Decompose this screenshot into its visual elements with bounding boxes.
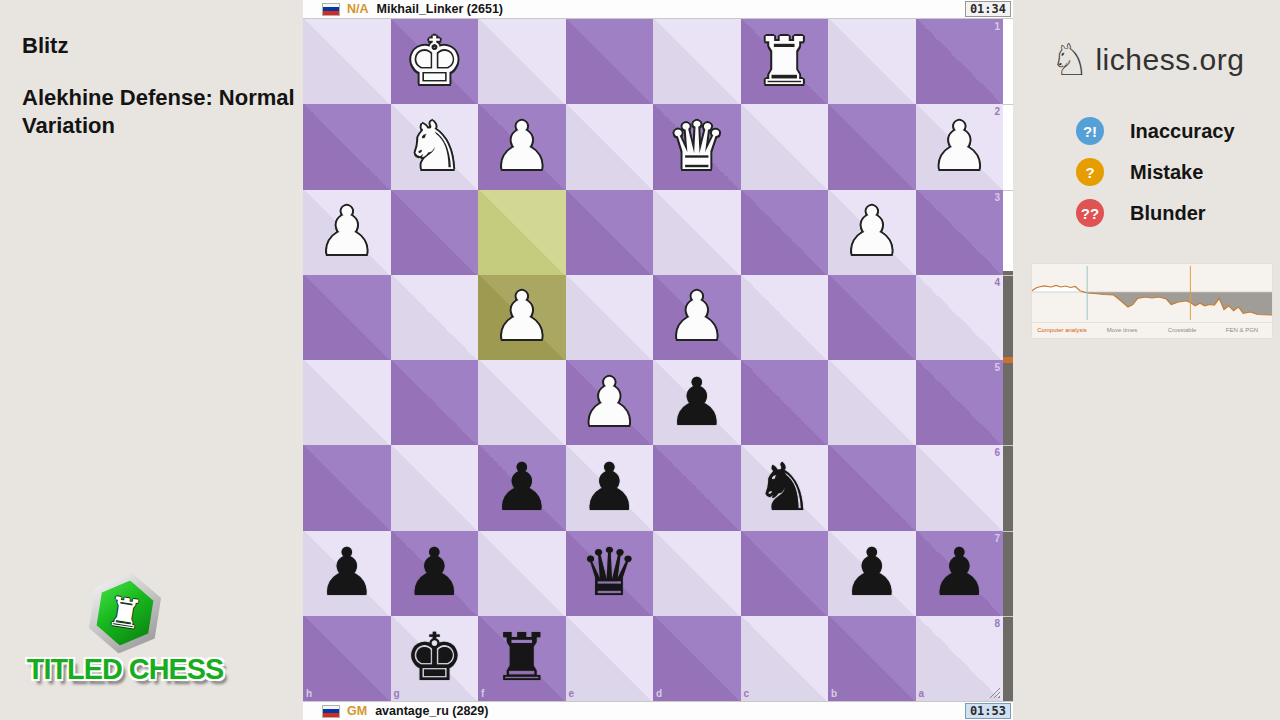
black-pawn: ♟ [405,540,464,606]
gauge-tick [1003,275,1013,276]
square-d3[interactable] [653,190,741,275]
blunder-icon: ?? [1076,199,1104,227]
player-bar-bottom: GM avantage_ru (2829) 01:53 [303,701,1013,720]
square-d8[interactable]: d [653,616,741,701]
advantage-chart [1032,264,1272,322]
square-b4[interactable] [828,275,916,360]
square-d1[interactable] [653,19,741,104]
opening-name: Alekhine Defense: Normal Variation [22,84,307,140]
eval-gauge [1003,19,1013,701]
square-g3[interactable] [391,190,479,275]
square-e5[interactable]: ♟ [566,360,654,445]
square-a3[interactable]: 3 [916,190,1004,275]
square-c4[interactable] [741,275,829,360]
square-b6[interactable] [828,445,916,530]
file-label-a: a [919,688,925,699]
square-c1[interactable]: ♜ [741,19,829,104]
square-c3[interactable] [741,190,829,275]
gauge-tick [1003,104,1013,105]
game-mode-label: Blitz [22,33,68,59]
square-e6[interactable]: ♟ [566,445,654,530]
rank-label-5: 5 [994,362,1000,373]
black-pawn: ♟ [580,455,639,521]
square-b2[interactable] [828,104,916,189]
square-b5[interactable] [828,360,916,445]
gauge-tick [1003,445,1013,446]
black-pawn: ♟ [492,455,551,521]
square-g7[interactable]: ♟ [391,531,479,616]
russia-flag-icon [323,4,339,15]
gauge-tick [1003,190,1013,191]
square-h5[interactable] [303,360,391,445]
tab-computer-analysis[interactable]: Computer analysis [1032,327,1092,333]
hexagon-badge: ♜ [82,567,168,660]
file-label-b: b [831,688,837,699]
square-a7[interactable]: 7♟ [916,531,1004,616]
tab-crosstable[interactable]: Crosstable [1152,327,1212,333]
rank-label-8: 8 [994,618,1000,629]
clock-top: 01:34 [965,1,1011,17]
file-label-d: d [656,688,662,699]
player-name-bottom[interactable]: avantage_ru (2829) [375,704,488,718]
square-g6[interactable] [391,445,479,530]
gauge-midline-tick [1003,357,1013,363]
square-h3[interactable]: ♟ [303,190,391,275]
white-pawn: ♟ [667,284,726,350]
square-f2[interactable]: ♟ [478,104,566,189]
mistake-icon: ? [1076,158,1104,186]
lichess-game-widget: N/A Mikhail_Linker (2651) 01:34 ♚♜1♞♟♛2♟… [303,0,1013,720]
square-e3[interactable] [566,190,654,275]
square-b7[interactable]: ♟ [828,531,916,616]
legend-row-mistake: ?Mistake [1076,158,1235,186]
lichess-logo[interactable]: ♘ lichess.org [1050,38,1244,82]
square-g2[interactable]: ♞ [391,104,479,189]
square-d2[interactable]: ♛ [653,104,741,189]
lichess-logo-text: lichess.org [1095,43,1244,77]
rank-label-4: 4 [994,277,1000,288]
channel-name: TITLED CHESS [5,652,245,686]
analysis-graph-card[interactable]: Computer analysisMove timesCrosstableFEN… [1032,264,1272,338]
black-pawn: ♟ [317,540,376,606]
lichess-knight-icon: ♘ [1050,38,1089,82]
square-d7[interactable] [653,531,741,616]
white-pawn: ♟ [492,284,551,350]
white-pawn: ♟ [317,199,376,265]
square-e8[interactable]: e [566,616,654,701]
square-e7[interactable]: ♛ [566,531,654,616]
white-pawn: ♟ [930,114,989,180]
video-frame: Blitz Alekhine Defense: Normal Variation… [0,0,1280,720]
rank-label-6: 6 [994,447,1000,458]
square-f3[interactable] [478,190,566,275]
square-b1[interactable] [828,19,916,104]
square-g5[interactable] [391,360,479,445]
rook-logo-icon: ♜ [104,587,147,638]
square-d6[interactable] [653,445,741,530]
square-h8[interactable]: h [303,616,391,701]
square-f5[interactable] [478,360,566,445]
square-g4[interactable] [391,275,479,360]
rank-label-1: 1 [994,21,1000,32]
white-pawn: ♟ [842,199,901,265]
file-label-g: g [394,688,400,699]
russia-flag-icon [323,706,339,717]
black-queen: ♛ [580,540,639,606]
white-pawn: ♟ [580,370,639,436]
player-bar-top: N/A Mikhail_Linker (2651) 01:34 [303,0,1013,19]
square-f1[interactable] [478,19,566,104]
black-knight: ♞ [755,455,814,521]
square-f4[interactable]: ♟ [478,275,566,360]
square-b8[interactable]: b [828,616,916,701]
square-a2[interactable]: 2♟ [916,104,1004,189]
inaccuracy-icon: ?! [1076,117,1104,145]
titled-chess-logo: ♜ TITLED CHESS [0,572,250,686]
player-title-bottom: GM [347,704,367,718]
square-c8[interactable]: c [741,616,829,701]
square-c7[interactable] [741,531,829,616]
file-label-c: c [744,688,750,699]
gauge-tick [1003,616,1013,617]
square-d5[interactable]: ♟ [653,360,741,445]
square-e2[interactable] [566,104,654,189]
white-knight: ♞ [405,114,464,180]
black-pawn: ♟ [842,540,901,606]
square-b3[interactable]: ♟ [828,190,916,275]
black-pawn: ♟ [667,370,726,436]
tab-move-times[interactable]: Move times [1092,327,1152,333]
square-c5[interactable] [741,360,829,445]
rank-label-7: 7 [994,533,1000,544]
tab-fen-pgn[interactable]: FEN & PGN [1212,327,1272,333]
square-e4[interactable] [566,275,654,360]
white-rook: ♜ [755,29,814,95]
square-f8[interactable]: f♜ [478,616,566,701]
analysis-tabs: Computer analysisMove timesCrosstableFEN… [1032,322,1272,337]
rank-label-2: 2 [994,106,1000,117]
chess-board[interactable]: ♚♜1♞♟♛2♟♟♟3♟♟4♟♟5♟♟♞6♟♟♛♟7♟hg♚f♜edcba8 [303,19,1003,701]
white-pawn: ♟ [492,114,551,180]
white-king: ♚ [405,29,464,95]
square-h6[interactable] [303,445,391,530]
square-a4[interactable]: 4 [916,275,1004,360]
square-g1[interactable]: ♚ [391,19,479,104]
legend-label: Inaccuracy [1130,120,1235,143]
square-c6[interactable]: ♞ [741,445,829,530]
legend-label: Mistake [1130,161,1203,184]
square-h7[interactable]: ♟ [303,531,391,616]
legend-label: Blunder [1130,202,1206,225]
square-d4[interactable]: ♟ [653,275,741,360]
square-h1[interactable] [303,19,391,104]
file-label-h: h [306,688,312,699]
black-rook: ♜ [492,625,551,691]
player-name-top[interactable]: Mikhail_Linker (2651) [377,2,503,16]
legend-row-inaccuracy: ?!Inaccuracy [1076,117,1235,145]
square-c2[interactable] [741,104,829,189]
square-f6[interactable]: ♟ [478,445,566,530]
annotation-legend: ?!Inaccuracy?Mistake??Blunder [1076,117,1235,240]
square-g8[interactable]: g♚ [391,616,479,701]
square-a1[interactable]: 1 [916,19,1004,104]
square-a6[interactable]: 6 [916,445,1004,530]
white-queen: ♛ [667,114,726,180]
rank-label-3: 3 [994,192,1000,203]
black-king: ♚ [405,625,464,691]
square-f7[interactable] [478,531,566,616]
player-title-top: N/A [347,2,369,16]
square-h2[interactable] [303,104,391,189]
file-label-f: f [481,688,484,699]
legend-row-blunder: ??Blunder [1076,199,1235,227]
square-e1[interactable] [566,19,654,104]
clock-bottom: 01:53 [965,703,1011,719]
square-a5[interactable]: 5 [916,360,1004,445]
gauge-tick [1003,531,1013,532]
square-a8[interactable]: a8 [916,616,1004,701]
black-pawn: ♟ [930,540,989,606]
square-h4[interactable] [303,275,391,360]
file-label-e: e [569,688,575,699]
